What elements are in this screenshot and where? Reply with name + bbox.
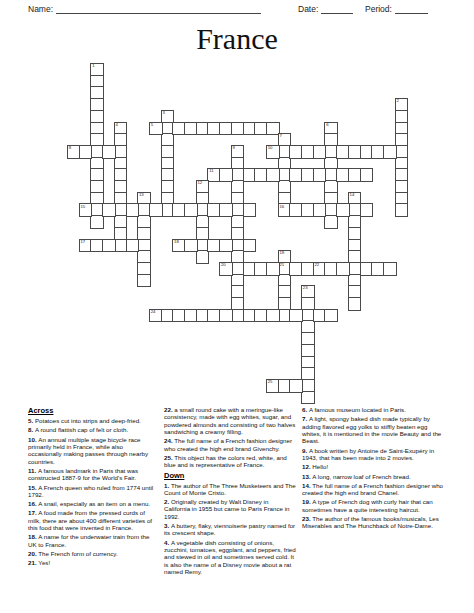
across-clue-24: 24. The full name of a French fashion de… [164,437,296,452]
date-blank-line[interactable] [321,5,353,14]
clue-number-2: 2 [396,99,398,104]
down-clue-1: 1. The author of The Three Musketeers an… [164,482,296,497]
grid-cell-r17c17[interactable] [266,262,280,276]
grid-cell-r18c6[interactable] [137,274,151,288]
grid-cell-r21c22[interactable] [324,309,338,323]
grid-cell-r21c17[interactable] [266,309,280,323]
across-clue-25: 25. This object has the colors red, whit… [164,454,296,469]
clue-number-7: 7 [279,134,281,139]
grid-cell-r12c23[interactable] [336,203,350,217]
grid-cell-r15c10[interactable] [184,239,198,253]
clue-number-11: 11 [209,169,213,174]
clues-section: Across 5. Potatoes cut into strips and d… [28,406,446,577]
clue-number-1: 1 [92,64,94,69]
period-label: Period: [365,4,392,14]
clue-number-24: 24 [151,310,156,315]
clue-number-20: 20 [221,263,226,268]
across-clue-10: 10. An annual multiple stage bicycle rac… [28,436,158,465]
clue-number-9: 9 [233,146,235,151]
clue-number-6: 6 [326,123,328,128]
down-clue-14: 14. The full name of a French fashion de… [302,482,446,497]
grid-cell-r17c27[interactable] [383,262,397,276]
date-field: Date: [298,4,353,14]
clue-number-23: 23 [303,286,308,291]
down-clue-6: 6. A famous museum located in Paris. [302,406,446,413]
clue-number-17: 17 [80,240,85,245]
down-clue-12: 12. Hello! [302,463,446,470]
grid-cell-r21c13[interactable] [219,309,233,323]
grid-cell-r27c19[interactable] [289,379,303,393]
clue-number-15: 15 [80,205,85,210]
clue-number-10: 10 [268,146,273,151]
grid-cell-r20c24[interactable] [348,297,362,311]
grid-cell-r7c1[interactable] [79,145,93,159]
grid-cell-r12c7[interactable] [149,203,163,217]
across-clue-20: 20. The French form of currency. [28,550,158,557]
down-heading: Down [164,471,296,480]
clue-number-18: 18 [174,240,179,245]
grid-cell-r9c21[interactable] [313,168,327,182]
grid-cell-r21c19[interactable] [289,309,303,323]
down-clue-7: 7. A light, spongy baked dish made typic… [302,415,446,444]
grid-cell-r12c15[interactable] [243,203,257,217]
clue-number-21: 21 [279,263,284,268]
grid-cell-r12c1[interactable]: 15 [79,203,93,217]
across-clue-5: 5. Potatoes cut into strips and deep-fri… [28,417,158,424]
grid-cell-r13c22[interactable] [324,215,338,229]
clue-number-22: 22 [314,263,319,268]
name-field: Name: [28,4,261,14]
worksheet-header: Name: Date: Period: [28,4,446,18]
grid-cell-r9c25[interactable] [360,168,374,182]
grid-cell-r12c21[interactable] [313,203,327,217]
clues-column-1: Across 5. Potatoes cut into strips and d… [28,406,158,577]
grid-cell-r7c3[interactable] [102,145,116,159]
grid-cell-r12c28[interactable] [395,203,409,217]
clue-number-16: 16 [279,205,284,210]
grid-cell-r16c11[interactable] [196,250,210,264]
down-clue-19: 19. A type of French dog with curly hair… [302,498,446,513]
grid-cell-r9c17[interactable] [266,168,280,182]
grid-cell-r15c13[interactable] [219,239,233,253]
grid-cell-r7c21[interactable] [313,145,327,159]
clue-number-13: 13 [139,193,144,198]
grid-cell-r15c15[interactable] [243,239,257,253]
down-clue-4: 4. A vegetable dish consisting of onions… [164,539,296,576]
across-clue-21: 21. Yes! [28,559,158,566]
grid-cell-r12c13[interactable] [219,203,233,217]
down-clue-9: 9. A book written by Antoine de Saint-Ex… [302,447,446,462]
date-label: Date: [298,4,318,14]
clue-number-14: 14 [350,193,355,198]
grid-cell-r7c27[interactable] [383,145,397,159]
across-clue-11: 11. A famous landmark in Paris that was … [28,467,158,482]
grid-cell-r15c5[interactable] [126,239,140,253]
grid-cell-r12c10[interactable] [184,203,198,217]
across-clue-17: 17. A food made from the pressed curds o… [28,509,158,531]
grid-cell-r9c13[interactable] [219,168,233,182]
across-clue-15: 15. A French queen who ruled from 1774 u… [28,484,158,499]
down-clue-23: 23. The author of the famous books/music… [302,515,446,530]
period-field: Period: [365,4,428,14]
across-clue-22: 22. a small round cake with a meringue-l… [164,406,296,435]
name-blank-line[interactable] [56,5,261,14]
clue-number-19: 19 [279,251,284,256]
grid-cell-r17c13[interactable]: 20 [219,262,233,276]
across-clue-16: 16. A snail, especially as an item on a … [28,500,158,507]
grid-cell-r12c5[interactable] [126,203,140,217]
page-title: France [0,22,474,56]
across-clue-8: 8. A round flattish cap of felt or cloth… [28,426,158,433]
down-clue-2: 2. Originally created by Walt Disney in … [164,498,296,520]
across-heading: Across [28,406,158,415]
grid-cell-r17c23[interactable] [336,262,350,276]
clue-number-12: 12 [197,181,202,186]
clue-number-4: 4 [116,123,118,128]
grid-cell-r15c3[interactable] [102,239,116,253]
down-clue-3: 3. A buttery, flaky, viennoiserie pastry… [164,522,296,537]
clue-number-3: 3 [162,111,164,116]
clues-column-2: 22. a small round cake with a meringue-l… [164,406,296,577]
crossword-grid: 1234567168910111213141517181921202223242… [67,63,409,405]
period-blank-line[interactable] [395,5,428,14]
grid-cell-r12c25[interactable] [360,203,374,217]
down-clue-13: 13. A long, narrow loaf of French bread. [302,473,446,480]
clues-column-3: 6. A famous museum located in Paris.7. A… [302,406,446,577]
across-clue-18: 18. A name for the underwater train from… [28,533,158,548]
clue-number-25: 25 [268,380,273,385]
clue-number-5: 5 [151,123,153,128]
grid-cell-r28c20[interactable] [301,391,315,405]
grid-cell-r7c17[interactable]: 10 [266,145,280,159]
grid-cell-r5c7[interactable]: 5 [149,122,163,136]
grid-cell-r12c3[interactable] [102,203,116,217]
clue-number-8: 8 [69,146,71,151]
grid-cell-r13c2[interactable] [90,215,104,229]
name-label: Name: [28,4,53,14]
